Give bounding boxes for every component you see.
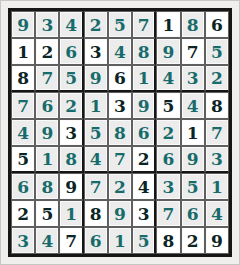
cell-r9c7[interactable]: 8: [156, 227, 180, 254]
cell-r9c6[interactable]: 5: [132, 227, 156, 254]
cell-r2c5[interactable]: 4: [108, 38, 132, 65]
sudoku-app: 9342571861263489758759614327621395484935…: [0, 0, 240, 265]
cell-r5c4[interactable]: 5: [84, 119, 108, 146]
cell-r7c8[interactable]: 5: [181, 173, 205, 200]
sudoku-board: 9342571861263489758759614327621395484935…: [8, 8, 232, 257]
cell-r9c2[interactable]: 4: [35, 227, 59, 254]
cell-r9c4[interactable]: 6: [84, 227, 108, 254]
cell-r7c3[interactable]: 9: [59, 173, 83, 200]
cell-r4c3[interactable]: 2: [59, 92, 83, 119]
cell-r9c3[interactable]: 7: [59, 227, 83, 254]
cell-r2c2[interactable]: 2: [35, 38, 59, 65]
cell-r1c3[interactable]: 4: [59, 11, 83, 38]
cell-r3c1[interactable]: 8: [11, 65, 35, 92]
cell-r6c7[interactable]: 6: [156, 146, 180, 173]
cell-r3c6[interactable]: 1: [132, 65, 156, 92]
cell-r1c6[interactable]: 7: [132, 11, 156, 38]
cell-r7c7[interactable]: 3: [156, 173, 180, 200]
cell-r3c9[interactable]: 2: [205, 65, 229, 92]
cell-r4c5[interactable]: 3: [108, 92, 132, 119]
cell-r9c8[interactable]: 2: [181, 227, 205, 254]
cell-r5c3[interactable]: 3: [59, 119, 83, 146]
cell-r1c5[interactable]: 5: [108, 11, 132, 38]
cell-r4c6[interactable]: 9: [132, 92, 156, 119]
cell-r6c6[interactable]: 2: [132, 146, 156, 173]
cell-r5c9[interactable]: 7: [205, 119, 229, 146]
cell-r5c8[interactable]: 1: [181, 119, 205, 146]
cell-r9c1[interactable]: 3: [11, 227, 35, 254]
cell-r3c3[interactable]: 5: [59, 65, 83, 92]
cell-r9c9[interactable]: 9: [205, 227, 229, 254]
cell-r3c7[interactable]: 4: [156, 65, 180, 92]
cell-r9c5[interactable]: 1: [108, 227, 132, 254]
cell-r8c5[interactable]: 9: [108, 200, 132, 227]
cell-r5c5[interactable]: 8: [108, 119, 132, 146]
cell-r4c9[interactable]: 8: [205, 92, 229, 119]
cell-r8c6[interactable]: 3: [132, 200, 156, 227]
cell-r2c9[interactable]: 5: [205, 38, 229, 65]
cell-r7c5[interactable]: 2: [108, 173, 132, 200]
cell-r1c9[interactable]: 6: [205, 11, 229, 38]
cell-r8c2[interactable]: 5: [35, 200, 59, 227]
cell-r1c7[interactable]: 1: [156, 11, 180, 38]
cell-r3c8[interactable]: 3: [181, 65, 205, 92]
cell-r6c1[interactable]: 5: [11, 146, 35, 173]
cell-r8c3[interactable]: 1: [59, 200, 83, 227]
cell-r6c5[interactable]: 7: [108, 146, 132, 173]
cell-r5c1[interactable]: 4: [11, 119, 35, 146]
cell-r8c1[interactable]: 2: [11, 200, 35, 227]
cell-r4c7[interactable]: 5: [156, 92, 180, 119]
cell-r7c2[interactable]: 8: [35, 173, 59, 200]
cell-r2c6[interactable]: 8: [132, 38, 156, 65]
cell-r2c3[interactable]: 6: [59, 38, 83, 65]
cell-r5c2[interactable]: 9: [35, 119, 59, 146]
cell-r5c6[interactable]: 6: [132, 119, 156, 146]
cell-r3c5[interactable]: 6: [108, 65, 132, 92]
cell-r8c4[interactable]: 8: [84, 200, 108, 227]
cell-r2c8[interactable]: 7: [181, 38, 205, 65]
cell-r4c4[interactable]: 1: [84, 92, 108, 119]
cell-r4c1[interactable]: 7: [11, 92, 35, 119]
cell-r5c7[interactable]: 2: [156, 119, 180, 146]
cell-r6c9[interactable]: 3: [205, 146, 229, 173]
cell-r2c4[interactable]: 3: [84, 38, 108, 65]
cell-r7c9[interactable]: 1: [205, 173, 229, 200]
cell-r1c4[interactable]: 2: [84, 11, 108, 38]
cell-r2c1[interactable]: 1: [11, 38, 35, 65]
cell-r4c2[interactable]: 6: [35, 92, 59, 119]
cell-r6c4[interactable]: 4: [84, 146, 108, 173]
cell-r1c8[interactable]: 8: [181, 11, 205, 38]
cell-r6c3[interactable]: 8: [59, 146, 83, 173]
cell-r1c2[interactable]: 3: [35, 11, 59, 38]
cell-r3c2[interactable]: 7: [35, 65, 59, 92]
cell-r2c7[interactable]: 9: [156, 38, 180, 65]
cell-r8c9[interactable]: 4: [205, 200, 229, 227]
cell-r7c6[interactable]: 4: [132, 173, 156, 200]
cell-r7c4[interactable]: 7: [84, 173, 108, 200]
cell-r3c4[interactable]: 9: [84, 65, 108, 92]
cell-r6c8[interactable]: 9: [181, 146, 205, 173]
cell-r6c2[interactable]: 1: [35, 146, 59, 173]
cell-r8c8[interactable]: 6: [181, 200, 205, 227]
cell-r7c1[interactable]: 6: [11, 173, 35, 200]
cell-r4c8[interactable]: 4: [181, 92, 205, 119]
cell-r1c1[interactable]: 9: [11, 11, 35, 38]
cell-r8c7[interactable]: 7: [156, 200, 180, 227]
